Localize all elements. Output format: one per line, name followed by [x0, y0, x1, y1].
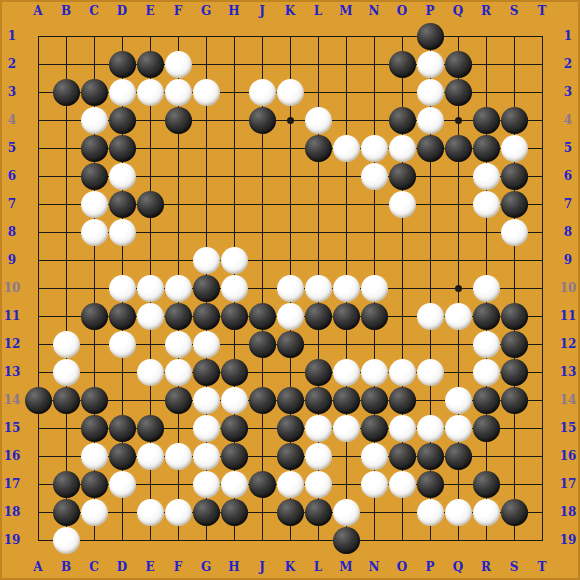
intersection-J10[interactable] [248, 274, 276, 302]
intersection-K17[interactable] [276, 470, 304, 498]
intersection-C3[interactable] [80, 78, 108, 106]
intersection-J2[interactable] [248, 50, 276, 78]
intersection-F14[interactable] [164, 386, 192, 414]
intersection-N9[interactable] [360, 246, 388, 274]
intersection-J13[interactable] [248, 358, 276, 386]
intersection-A8[interactable] [24, 218, 52, 246]
intersection-J4[interactable] [248, 106, 276, 134]
intersection-O8[interactable] [388, 218, 416, 246]
intersection-L9[interactable] [304, 246, 332, 274]
intersection-E16[interactable] [136, 442, 164, 470]
intersection-K9[interactable] [276, 246, 304, 274]
intersection-T19[interactable] [528, 526, 556, 554]
intersection-P13[interactable] [416, 358, 444, 386]
intersection-F18[interactable] [164, 498, 192, 526]
intersection-N18[interactable] [360, 498, 388, 526]
intersection-L4[interactable] [304, 106, 332, 134]
intersection-Q5[interactable] [444, 134, 472, 162]
intersection-M6[interactable] [332, 162, 360, 190]
intersection-M10[interactable] [332, 274, 360, 302]
intersection-G12[interactable] [192, 330, 220, 358]
intersection-R13[interactable] [472, 358, 500, 386]
intersection-N16[interactable] [360, 442, 388, 470]
intersection-F17[interactable] [164, 470, 192, 498]
intersection-G15[interactable] [192, 414, 220, 442]
intersection-S18[interactable] [500, 498, 528, 526]
intersection-H3[interactable] [220, 78, 248, 106]
intersection-F9[interactable] [164, 246, 192, 274]
intersection-M17[interactable] [332, 470, 360, 498]
intersection-L8[interactable] [304, 218, 332, 246]
intersection-B1[interactable] [52, 22, 80, 50]
intersection-N6[interactable] [360, 162, 388, 190]
intersection-C16[interactable] [80, 442, 108, 470]
intersection-O11[interactable] [388, 302, 416, 330]
intersection-Q10[interactable] [444, 274, 472, 302]
intersection-O6[interactable] [388, 162, 416, 190]
intersection-H15[interactable] [220, 414, 248, 442]
intersection-J9[interactable] [248, 246, 276, 274]
intersection-G8[interactable] [192, 218, 220, 246]
intersection-L6[interactable] [304, 162, 332, 190]
intersection-L12[interactable] [304, 330, 332, 358]
intersection-S15[interactable] [500, 414, 528, 442]
intersection-T12[interactable] [528, 330, 556, 358]
intersection-S11[interactable] [500, 302, 528, 330]
intersection-K11[interactable] [276, 302, 304, 330]
intersection-D15[interactable] [108, 414, 136, 442]
intersection-T13[interactable] [528, 358, 556, 386]
intersection-D12[interactable] [108, 330, 136, 358]
intersection-E13[interactable] [136, 358, 164, 386]
intersection-F19[interactable] [164, 526, 192, 554]
intersection-P4[interactable] [416, 106, 444, 134]
intersection-M14[interactable] [332, 386, 360, 414]
intersection-O10[interactable] [388, 274, 416, 302]
intersection-E1[interactable] [136, 22, 164, 50]
intersection-A5[interactable] [24, 134, 52, 162]
intersection-J3[interactable] [248, 78, 276, 106]
intersection-C12[interactable] [80, 330, 108, 358]
intersection-M12[interactable] [332, 330, 360, 358]
intersection-Q6[interactable] [444, 162, 472, 190]
intersection-C11[interactable] [80, 302, 108, 330]
intersection-P14[interactable] [416, 386, 444, 414]
intersection-R9[interactable] [472, 246, 500, 274]
intersection-B14[interactable] [52, 386, 80, 414]
intersection-K7[interactable] [276, 190, 304, 218]
intersection-Q7[interactable] [444, 190, 472, 218]
intersection-J14[interactable] [248, 386, 276, 414]
intersection-K10[interactable] [276, 274, 304, 302]
intersection-T15[interactable] [528, 414, 556, 442]
intersection-L16[interactable] [304, 442, 332, 470]
intersection-D17[interactable] [108, 470, 136, 498]
intersection-J12[interactable] [248, 330, 276, 358]
intersection-M11[interactable] [332, 302, 360, 330]
intersection-D1[interactable] [108, 22, 136, 50]
intersection-N3[interactable] [360, 78, 388, 106]
intersection-J17[interactable] [248, 470, 276, 498]
intersection-E10[interactable] [136, 274, 164, 302]
intersection-A13[interactable] [24, 358, 52, 386]
intersection-L5[interactable] [304, 134, 332, 162]
intersection-P18[interactable] [416, 498, 444, 526]
intersection-M2[interactable] [332, 50, 360, 78]
intersection-L11[interactable] [304, 302, 332, 330]
intersection-F13[interactable] [164, 358, 192, 386]
intersection-C2[interactable] [80, 50, 108, 78]
intersection-D16[interactable] [108, 442, 136, 470]
intersection-R5[interactable] [472, 134, 500, 162]
intersection-M19[interactable] [332, 526, 360, 554]
intersection-O18[interactable] [388, 498, 416, 526]
intersection-L1[interactable] [304, 22, 332, 50]
intersection-S4[interactable] [500, 106, 528, 134]
intersection-F6[interactable] [164, 162, 192, 190]
intersection-T6[interactable] [528, 162, 556, 190]
intersection-O17[interactable] [388, 470, 416, 498]
intersection-E11[interactable] [136, 302, 164, 330]
intersection-H12[interactable] [220, 330, 248, 358]
intersection-G11[interactable] [192, 302, 220, 330]
intersection-B8[interactable] [52, 218, 80, 246]
intersection-E6[interactable] [136, 162, 164, 190]
intersection-T18[interactable] [528, 498, 556, 526]
intersection-R3[interactable] [472, 78, 500, 106]
intersection-S2[interactable] [500, 50, 528, 78]
intersection-D2[interactable] [108, 50, 136, 78]
intersection-G5[interactable] [192, 134, 220, 162]
intersection-G14[interactable] [192, 386, 220, 414]
intersection-K12[interactable] [276, 330, 304, 358]
intersection-S19[interactable] [500, 526, 528, 554]
intersection-L13[interactable] [304, 358, 332, 386]
intersection-G7[interactable] [192, 190, 220, 218]
intersection-H18[interactable] [220, 498, 248, 526]
intersection-H13[interactable] [220, 358, 248, 386]
intersection-G19[interactable] [192, 526, 220, 554]
intersection-P17[interactable] [416, 470, 444, 498]
intersection-O3[interactable] [388, 78, 416, 106]
intersection-J15[interactable] [248, 414, 276, 442]
intersection-B7[interactable] [52, 190, 80, 218]
intersection-E14[interactable] [136, 386, 164, 414]
intersection-K19[interactable] [276, 526, 304, 554]
intersection-G17[interactable] [192, 470, 220, 498]
intersection-F10[interactable] [164, 274, 192, 302]
intersection-O13[interactable] [388, 358, 416, 386]
intersection-H8[interactable] [220, 218, 248, 246]
intersection-C5[interactable] [80, 134, 108, 162]
intersection-D4[interactable] [108, 106, 136, 134]
intersection-P5[interactable] [416, 134, 444, 162]
intersection-K4[interactable] [276, 106, 304, 134]
intersection-P3[interactable] [416, 78, 444, 106]
intersection-M13[interactable] [332, 358, 360, 386]
intersection-R14[interactable] [472, 386, 500, 414]
intersection-E3[interactable] [136, 78, 164, 106]
intersection-K2[interactable] [276, 50, 304, 78]
intersection-J18[interactable] [248, 498, 276, 526]
intersection-H11[interactable] [220, 302, 248, 330]
intersection-N8[interactable] [360, 218, 388, 246]
intersection-C10[interactable] [80, 274, 108, 302]
intersection-H14[interactable] [220, 386, 248, 414]
intersection-E2[interactable] [136, 50, 164, 78]
intersection-S7[interactable] [500, 190, 528, 218]
intersection-G9[interactable] [192, 246, 220, 274]
intersection-A17[interactable] [24, 470, 52, 498]
intersection-T1[interactable] [528, 22, 556, 50]
intersection-S16[interactable] [500, 442, 528, 470]
intersection-D19[interactable] [108, 526, 136, 554]
intersection-T9[interactable] [528, 246, 556, 274]
intersection-H2[interactable] [220, 50, 248, 78]
intersection-Q12[interactable] [444, 330, 472, 358]
intersection-A9[interactable] [24, 246, 52, 274]
intersection-K3[interactable] [276, 78, 304, 106]
intersection-B4[interactable] [52, 106, 80, 134]
intersection-M9[interactable] [332, 246, 360, 274]
intersection-B19[interactable] [52, 526, 80, 554]
intersection-A16[interactable] [24, 442, 52, 470]
intersection-O19[interactable] [388, 526, 416, 554]
intersection-L15[interactable] [304, 414, 332, 442]
intersection-S10[interactable] [500, 274, 528, 302]
intersection-T8[interactable] [528, 218, 556, 246]
intersection-L17[interactable] [304, 470, 332, 498]
intersection-T10[interactable] [528, 274, 556, 302]
intersection-P6[interactable] [416, 162, 444, 190]
intersection-G13[interactable] [192, 358, 220, 386]
intersection-A12[interactable] [24, 330, 52, 358]
intersection-D7[interactable] [108, 190, 136, 218]
intersection-H4[interactable] [220, 106, 248, 134]
intersection-B2[interactable] [52, 50, 80, 78]
intersection-B13[interactable] [52, 358, 80, 386]
intersection-F15[interactable] [164, 414, 192, 442]
intersection-H10[interactable] [220, 274, 248, 302]
intersection-T17[interactable] [528, 470, 556, 498]
intersection-O15[interactable] [388, 414, 416, 442]
intersection-T16[interactable] [528, 442, 556, 470]
intersection-R4[interactable] [472, 106, 500, 134]
intersection-Q4[interactable] [444, 106, 472, 134]
intersection-Q1[interactable] [444, 22, 472, 50]
intersection-M3[interactable] [332, 78, 360, 106]
intersection-O2[interactable] [388, 50, 416, 78]
intersection-A7[interactable] [24, 190, 52, 218]
intersection-F12[interactable] [164, 330, 192, 358]
intersection-K5[interactable] [276, 134, 304, 162]
intersection-Q19[interactable] [444, 526, 472, 554]
intersection-M1[interactable] [332, 22, 360, 50]
intersection-L3[interactable] [304, 78, 332, 106]
intersection-B5[interactable] [52, 134, 80, 162]
intersection-E17[interactable] [136, 470, 164, 498]
intersection-Q16[interactable] [444, 442, 472, 470]
intersection-J7[interactable] [248, 190, 276, 218]
intersection-N2[interactable] [360, 50, 388, 78]
intersection-T14[interactable] [528, 386, 556, 414]
intersection-R8[interactable] [472, 218, 500, 246]
intersection-F5[interactable] [164, 134, 192, 162]
intersection-Q3[interactable] [444, 78, 472, 106]
intersection-O9[interactable] [388, 246, 416, 274]
intersection-F16[interactable] [164, 442, 192, 470]
intersection-G1[interactable] [192, 22, 220, 50]
intersection-B12[interactable] [52, 330, 80, 358]
intersection-D8[interactable] [108, 218, 136, 246]
intersection-E18[interactable] [136, 498, 164, 526]
intersection-Q9[interactable] [444, 246, 472, 274]
intersection-G6[interactable] [192, 162, 220, 190]
intersection-N13[interactable] [360, 358, 388, 386]
intersection-H1[interactable] [220, 22, 248, 50]
intersection-M5[interactable] [332, 134, 360, 162]
intersection-J19[interactable] [248, 526, 276, 554]
intersection-S13[interactable] [500, 358, 528, 386]
intersection-L18[interactable] [304, 498, 332, 526]
intersection-F2[interactable] [164, 50, 192, 78]
intersection-A10[interactable] [24, 274, 52, 302]
intersection-K1[interactable] [276, 22, 304, 50]
intersection-O4[interactable] [388, 106, 416, 134]
intersection-S12[interactable] [500, 330, 528, 358]
intersection-N14[interactable] [360, 386, 388, 414]
intersection-C1[interactable] [80, 22, 108, 50]
intersection-S1[interactable] [500, 22, 528, 50]
intersection-D11[interactable] [108, 302, 136, 330]
intersection-C9[interactable] [80, 246, 108, 274]
intersection-T5[interactable] [528, 134, 556, 162]
intersection-C7[interactable] [80, 190, 108, 218]
intersection-J8[interactable] [248, 218, 276, 246]
intersection-P9[interactable] [416, 246, 444, 274]
intersection-R17[interactable] [472, 470, 500, 498]
intersection-T7[interactable] [528, 190, 556, 218]
intersection-J11[interactable] [248, 302, 276, 330]
intersection-B9[interactable] [52, 246, 80, 274]
intersection-G18[interactable] [192, 498, 220, 526]
intersection-C8[interactable] [80, 218, 108, 246]
intersection-N11[interactable] [360, 302, 388, 330]
intersection-P7[interactable] [416, 190, 444, 218]
intersection-S9[interactable] [500, 246, 528, 274]
intersection-N15[interactable] [360, 414, 388, 442]
intersection-N5[interactable] [360, 134, 388, 162]
intersection-D14[interactable] [108, 386, 136, 414]
intersection-A1[interactable] [24, 22, 52, 50]
intersection-P11[interactable] [416, 302, 444, 330]
intersection-O5[interactable] [388, 134, 416, 162]
intersection-K13[interactable] [276, 358, 304, 386]
intersection-S5[interactable] [500, 134, 528, 162]
intersection-E15[interactable] [136, 414, 164, 442]
intersection-G2[interactable] [192, 50, 220, 78]
intersection-E9[interactable] [136, 246, 164, 274]
intersection-R11[interactable] [472, 302, 500, 330]
intersection-T11[interactable] [528, 302, 556, 330]
intersection-M18[interactable] [332, 498, 360, 526]
intersection-N10[interactable] [360, 274, 388, 302]
intersection-A11[interactable] [24, 302, 52, 330]
intersection-K6[interactable] [276, 162, 304, 190]
intersection-B18[interactable] [52, 498, 80, 526]
intersection-B11[interactable] [52, 302, 80, 330]
intersection-M15[interactable] [332, 414, 360, 442]
intersection-D5[interactable] [108, 134, 136, 162]
intersection-P19[interactable] [416, 526, 444, 554]
intersection-H16[interactable] [220, 442, 248, 470]
intersection-A18[interactable] [24, 498, 52, 526]
intersection-B6[interactable] [52, 162, 80, 190]
intersection-B10[interactable] [52, 274, 80, 302]
intersection-O1[interactable] [388, 22, 416, 50]
intersection-R15[interactable] [472, 414, 500, 442]
intersection-M4[interactable] [332, 106, 360, 134]
intersection-H19[interactable] [220, 526, 248, 554]
intersection-F4[interactable] [164, 106, 192, 134]
intersection-J16[interactable] [248, 442, 276, 470]
intersection-K16[interactable] [276, 442, 304, 470]
intersection-P10[interactable] [416, 274, 444, 302]
intersection-R16[interactable] [472, 442, 500, 470]
intersection-R6[interactable] [472, 162, 500, 190]
intersection-S6[interactable] [500, 162, 528, 190]
intersection-Q2[interactable] [444, 50, 472, 78]
intersection-D9[interactable] [108, 246, 136, 274]
intersection-N17[interactable] [360, 470, 388, 498]
intersection-N4[interactable] [360, 106, 388, 134]
intersection-T3[interactable] [528, 78, 556, 106]
intersection-A3[interactable] [24, 78, 52, 106]
intersection-A4[interactable] [24, 106, 52, 134]
intersection-A19[interactable] [24, 526, 52, 554]
intersection-H7[interactable] [220, 190, 248, 218]
intersection-K8[interactable] [276, 218, 304, 246]
intersection-O12[interactable] [388, 330, 416, 358]
intersection-O7[interactable] [388, 190, 416, 218]
intersection-Q15[interactable] [444, 414, 472, 442]
intersection-N12[interactable] [360, 330, 388, 358]
intersection-J1[interactable] [248, 22, 276, 50]
intersection-G16[interactable] [192, 442, 220, 470]
intersection-F8[interactable] [164, 218, 192, 246]
intersection-M7[interactable] [332, 190, 360, 218]
intersection-Q18[interactable] [444, 498, 472, 526]
intersection-H17[interactable] [220, 470, 248, 498]
intersection-S3[interactable] [500, 78, 528, 106]
intersection-T4[interactable] [528, 106, 556, 134]
intersection-K15[interactable] [276, 414, 304, 442]
intersection-N1[interactable] [360, 22, 388, 50]
intersection-R10[interactable] [472, 274, 500, 302]
intersection-Q14[interactable] [444, 386, 472, 414]
intersection-L7[interactable] [304, 190, 332, 218]
intersection-K18[interactable] [276, 498, 304, 526]
intersection-T2[interactable] [528, 50, 556, 78]
intersection-A14[interactable] [24, 386, 52, 414]
intersection-P12[interactable] [416, 330, 444, 358]
intersection-P16[interactable] [416, 442, 444, 470]
intersection-S8[interactable] [500, 218, 528, 246]
intersection-C6[interactable] [80, 162, 108, 190]
intersection-E7[interactable] [136, 190, 164, 218]
intersection-C17[interactable] [80, 470, 108, 498]
intersection-P8[interactable] [416, 218, 444, 246]
